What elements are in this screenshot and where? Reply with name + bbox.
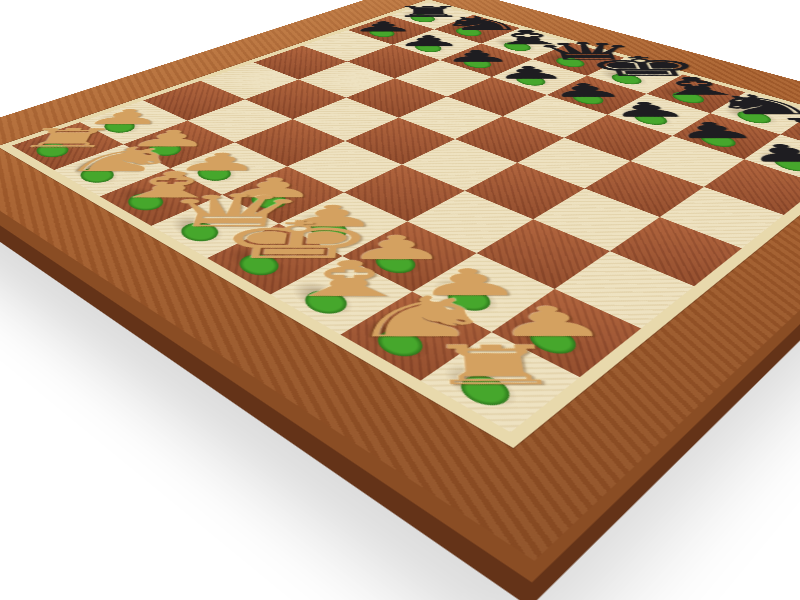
chessboard: ♜♞♝♛♚♝♞♜♟♟♟♟♟♟♟♟♟♟♟♟♟♟♟♟♜♞♝♛♚♝♞♜: [0, 0, 800, 561]
piece-black-pawn-c7[interactable]: ♟: [441, 48, 509, 64]
piece-white-rook-h1[interactable]: ♜: [422, 338, 539, 392]
pawn-glyph: ♟: [441, 48, 515, 64]
pawn-glyph: ♟: [544, 81, 629, 100]
rook-glyph: ♜: [422, 338, 571, 392]
photo-stage: ♜♞♝♛♚♝♞♜♟♟♟♟♟♟♟♟♟♟♟♟♟♟♟♟♜♞♝♛♚♝♞♜: [0, 0, 800, 600]
perspective-scene: ♜♞♝♛♚♝♞♜♟♟♟♟♟♟♟♟♟♟♟♟♟♟♟♟♜♞♝♛♚♝♞♜: [0, 0, 800, 600]
